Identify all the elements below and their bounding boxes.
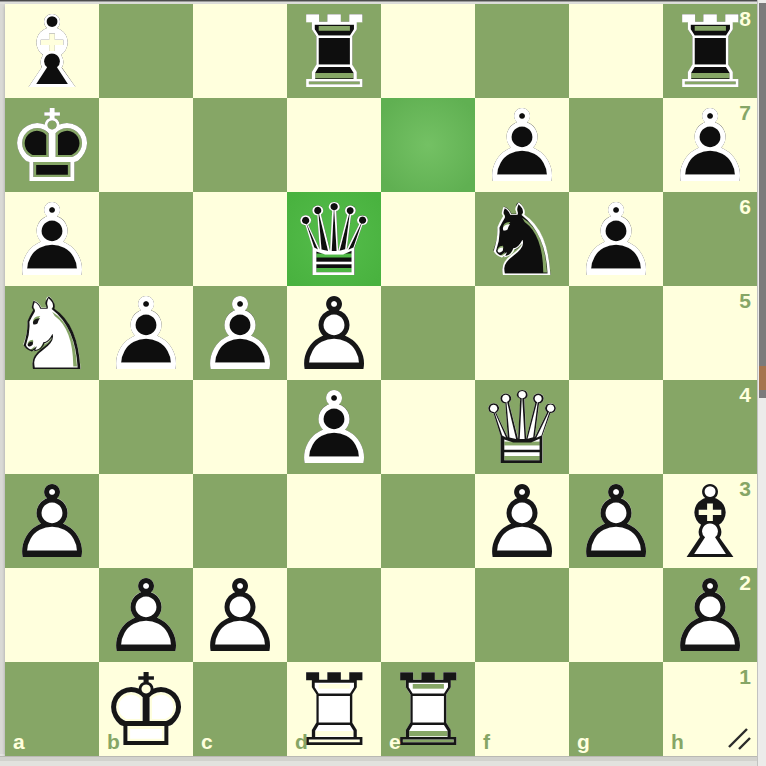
file-label-d: d [295,731,308,752]
black-pawn-piece[interactable]: ♟♙ [475,98,569,192]
black-pawn-piece[interactable]: ♟♙ [193,286,287,380]
scrollbar-thumb[interactable] [759,3,766,398]
square-c8[interactable] [193,4,287,98]
square-c2[interactable]: ♟♙ [193,568,287,662]
rank-label-6: 6 [739,196,751,217]
black-knight-piece[interactable]: ♞♘ [475,192,569,286]
square-d7[interactable] [287,98,381,192]
square-f4[interactable]: ♛♕ [475,380,569,474]
square-h4[interactable]: 4 [663,380,757,474]
square-c5[interactable]: ♟♙ [193,286,287,380]
square-c4[interactable] [193,380,287,474]
square-h6[interactable]: 6 [663,192,757,286]
square-b4[interactable] [99,380,193,474]
rank-label-4: 4 [739,384,751,405]
square-a6[interactable]: ♟♙ [5,192,99,286]
square-f5[interactable] [475,286,569,380]
white-pawn-piece[interactable]: ♟♙ [99,568,193,662]
square-g6[interactable]: ♟♙ [569,192,663,286]
file-label-c: c [201,731,213,752]
square-g4[interactable] [569,380,663,474]
square-c6[interactable] [193,192,287,286]
square-g7[interactable] [569,98,663,192]
white-pawn-piece[interactable]: ♟♙ [475,474,569,568]
square-d3[interactable] [287,474,381,568]
square-a7[interactable]: ♚♔ [5,98,99,192]
file-label-b: b [107,731,120,752]
file-label-h: h [671,731,684,752]
white-pawn-piece[interactable]: ♟♙ [287,286,381,380]
square-g5[interactable] [569,286,663,380]
rank-label-8: 8 [739,8,751,29]
square-e3[interactable] [381,474,475,568]
square-a4[interactable] [5,380,99,474]
square-c3[interactable] [193,474,287,568]
square-d5[interactable]: ♟♙ [287,286,381,380]
square-d8[interactable]: ♜♖ [287,4,381,98]
rank-label-3: 3 [739,478,751,499]
square-c1[interactable]: c [193,662,287,756]
square-c7[interactable] [193,98,287,192]
square-e6[interactable] [381,192,475,286]
white-pawn-piece[interactable]: ♟♙ [5,474,99,568]
black-king-piece[interactable]: ♚♔ [5,98,99,192]
square-a8[interactable]: ♝♗ [5,4,99,98]
square-h1[interactable]: h1 [663,662,757,756]
square-b7[interactable] [99,98,193,192]
square-f2[interactable] [475,568,569,662]
square-d2[interactable] [287,568,381,662]
black-queen-piece[interactable]: ♛♕ [287,192,381,286]
square-b3[interactable] [99,474,193,568]
scrollbar-track[interactable] [757,0,766,766]
square-h2[interactable]: ♟♙2 [663,568,757,662]
black-pawn-piece[interactable]: ♟♙ [569,192,663,286]
window-bottom-border [0,756,766,766]
square-e1[interactable]: ♜♖e [381,662,475,756]
square-h3[interactable]: ♝♗3 [663,474,757,568]
square-f6[interactable]: ♞♘ [475,192,569,286]
rank-label-1: 1 [739,666,751,687]
white-pawn-piece[interactable]: ♟♙ [569,474,663,568]
square-f7[interactable]: ♟♙ [475,98,569,192]
square-g2[interactable] [569,568,663,662]
black-pawn-piece[interactable]: ♟♙ [99,286,193,380]
square-h5[interactable]: 5 [663,286,757,380]
square-g1[interactable]: g [569,662,663,756]
square-f3[interactable]: ♟♙ [475,474,569,568]
square-e8[interactable] [381,4,475,98]
square-h7[interactable]: ♟♙7 [663,98,757,192]
square-a1[interactable]: a [5,662,99,756]
square-e2[interactable] [381,568,475,662]
square-d4[interactable]: ♟♙ [287,380,381,474]
white-knight-piece[interactable]: ♞♘ [5,286,99,380]
square-f8[interactable] [475,4,569,98]
white-queen-piece[interactable]: ♛♕ [475,380,569,474]
chess-board: ♝♗♜♖♜♖8♚♔♟♙♟♙7♟♙♛♕♞♘♟♙6♞♘♟♙♟♙♟♙5♟♙♛♕4♟♙♟… [5,4,757,756]
square-a2[interactable] [5,568,99,662]
square-b1[interactable]: ♚♔b [99,662,193,756]
file-label-g: g [577,731,590,752]
square-h8[interactable]: ♜♖8 [663,4,757,98]
scrollbar-marker [759,366,766,390]
square-b5[interactable]: ♟♙ [99,286,193,380]
square-e5[interactable] [381,286,475,380]
rank-label-2: 2 [739,572,751,593]
square-e4[interactable] [381,380,475,474]
square-e7[interactable] [381,98,475,192]
rank-label-5: 5 [739,290,751,311]
square-b2[interactable]: ♟♙ [99,568,193,662]
black-bishop-piece[interactable]: ♝♗ [5,4,99,98]
square-f1[interactable]: f [475,662,569,756]
black-pawn-piece[interactable]: ♟♙ [287,380,381,474]
board-resize-handle-icon[interactable] [726,727,752,751]
file-label-e: e [389,731,401,752]
square-g3[interactable]: ♟♙ [569,474,663,568]
rank-label-7: 7 [739,102,751,123]
square-b6[interactable] [99,192,193,286]
square-d6[interactable]: ♛♕ [287,192,381,286]
square-g8[interactable] [569,4,663,98]
black-rook-piece[interactable]: ♜♖ [287,4,381,98]
square-b8[interactable] [99,4,193,98]
file-label-a: a [13,731,25,752]
square-a5[interactable]: ♞♘ [5,286,99,380]
square-d1[interactable]: ♜♖d [287,662,381,756]
square-a3[interactable]: ♟♙ [5,474,99,568]
black-pawn-piece[interactable]: ♟♙ [5,192,99,286]
file-label-f: f [483,731,490,752]
white-pawn-piece[interactable]: ♟♙ [193,568,287,662]
